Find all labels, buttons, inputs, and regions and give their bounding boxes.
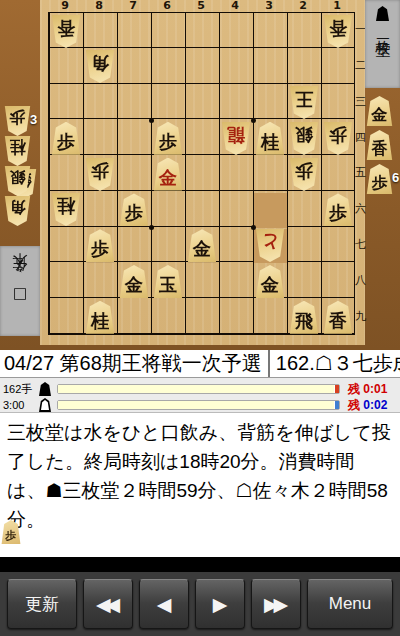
clock-status-panel: 162手残 0:013:00残 0:02 [0,378,400,413]
hand-piece-count: 6 [392,170,399,185]
gote-piece-icon [39,398,51,412]
fast-forward-icon: ▶▶ [264,593,288,616]
forward-icon: ▶ [213,593,228,616]
shogi-kifu-app: { "game": "shogi", "position": { "sfen":… [0,0,400,636]
sente-name-plate: 三枚堂 [365,0,400,88]
clock-row-sente: 162手残 0:01 [0,381,400,397]
date-and-event-label: 04/27 第68期王将戦一次予選 [0,350,262,377]
gote-name-label: □佐々木 [11,278,30,304]
remaining-time: 残 0:02 [348,397,400,414]
sente-piece-歩: 歩 [366,164,393,194]
navigation-toolbar: 更新◀◀◀▶▶▶Menu [0,572,400,636]
commentary-text: 三枚堂は水をひと口飲み、背筋を伸ばして投了した。終局時刻は18時20分。消費時間… [7,418,393,534]
sente-piece-icon [39,382,51,396]
board-zone: 987654321 一二三四五六七八九 香香角王龍銀歩歩歩桂と歩歩桂金歩歩歩金金… [0,0,400,350]
back-button[interactable]: ◀ [139,579,189,629]
sente-piece-香: 香 [366,130,393,160]
button-label: 更新 [25,593,59,616]
fast-forward-button[interactable]: ▶▶ [251,579,301,629]
rewind-button[interactable]: ◀◀ [83,579,133,629]
current-move-label: 162.☖３七歩成 [268,350,400,377]
kifu-header-bar: 04/27 第68期王将戦一次予選 162.☖３七歩成 [0,350,400,378]
piece-glyph: 歩 [372,175,388,191]
bottom-divider [0,557,400,572]
remaining-time: 残 0:01 [348,381,400,398]
sente-captured-pieces-tray: 金香歩6 [0,0,400,350]
piece-glyph: 香 [372,141,388,157]
update-button[interactable]: 更新 [7,579,77,629]
gote-name-plate: □佐々木 [0,246,40,336]
clock-row-gote: 3:00残 0:02 [0,397,400,413]
time-progress-bar [57,400,340,410]
black-piece-icon [376,6,389,21]
sente-name-label: 三枚堂 [373,26,392,32]
back-icon: ◀ [157,593,172,616]
forward-button[interactable]: ▶ [195,579,245,629]
menu-button[interactable]: Menu [307,579,393,629]
time-progress-bar [57,384,340,394]
rewind-icon: ◀◀ [96,593,120,616]
time-limit-label: 3:00 [0,399,37,411]
sente-piece-金: 金 [366,96,393,126]
button-label: Menu [329,594,372,614]
move-count-label: 162手 [0,382,37,397]
commentary-area[interactable]: 三枚堂は水をひと口飲み、背筋を伸ばして投了した。終局時刻は18時20分。消費時間… [0,413,400,557]
piece-glyph: 金 [372,107,388,123]
